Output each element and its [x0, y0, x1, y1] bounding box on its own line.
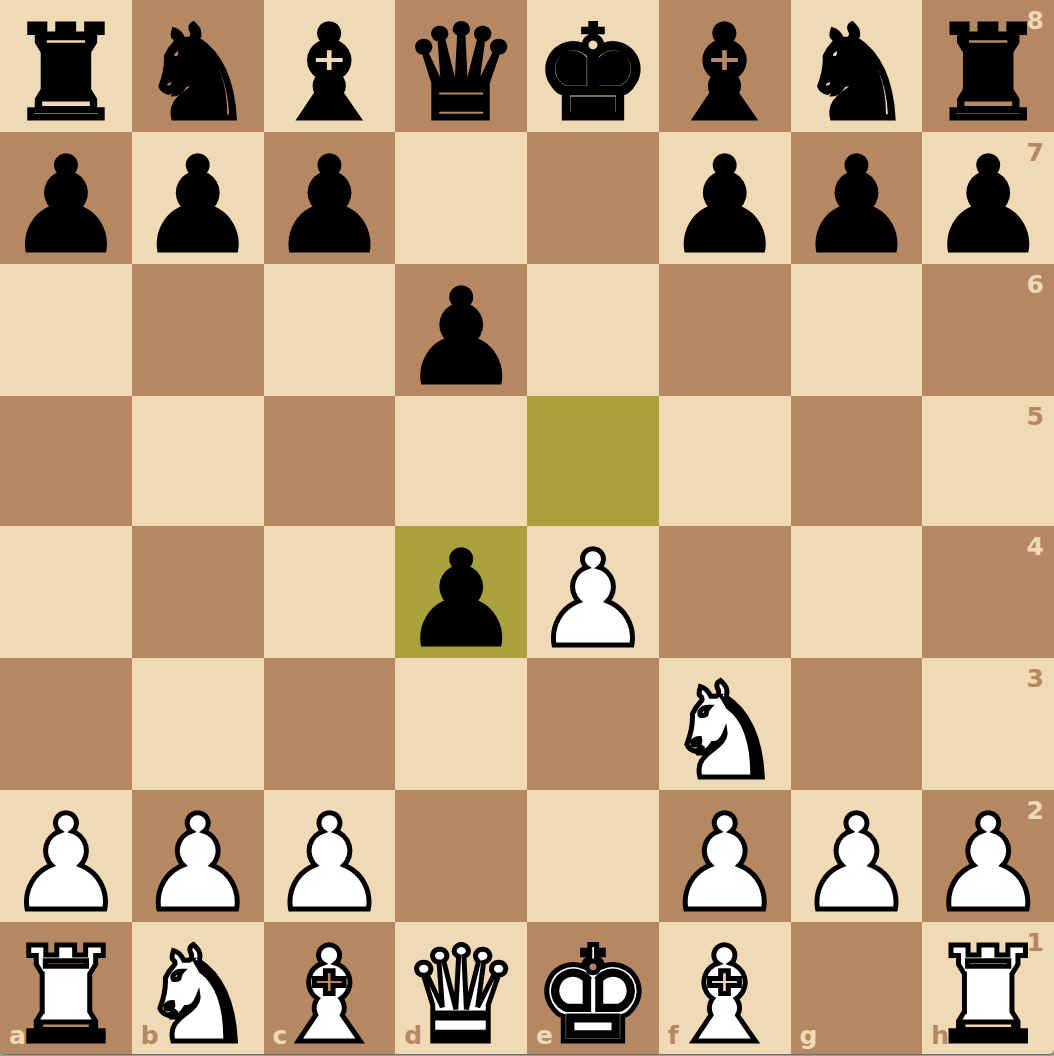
- black-king[interactable]: ♚: [534, 7, 652, 139]
- square-b2[interactable]: ♟: [132, 790, 264, 922]
- white-pawn[interactable]: ♟: [7, 797, 125, 929]
- square-c2[interactable]: ♟: [264, 790, 396, 922]
- black-knight[interactable]: ♞: [138, 7, 256, 139]
- white-rook[interactable]: ♜: [7, 929, 125, 1054]
- square-a6[interactable]: [0, 264, 132, 396]
- square-a3[interactable]: [0, 658, 132, 790]
- black-pawn[interactable]: ♟: [665, 139, 783, 271]
- white-bishop[interactable]: ♝: [270, 929, 388, 1054]
- square-d5[interactable]: [395, 396, 527, 526]
- square-g2[interactable]: ♟: [791, 790, 923, 922]
- black-pawn[interactable]: ♟: [402, 533, 520, 665]
- square-e4[interactable]: ♟: [527, 526, 659, 658]
- black-bishop[interactable]: ♝: [270, 7, 388, 139]
- square-c4[interactable]: [264, 526, 396, 658]
- chess-board: ♜♞♝♛♚♝♞♜8♟♟♟♟♟♟7♟65♟♟4♞3♟♟♟♟♟♟2♜a♞b♝c♛d♚…: [0, 0, 1054, 1054]
- rank-label-4: 4: [1027, 534, 1044, 559]
- square-g7[interactable]: ♟: [791, 132, 923, 264]
- white-pawn[interactable]: ♟: [534, 533, 652, 665]
- square-a8[interactable]: ♜: [0, 0, 132, 132]
- black-pawn[interactable]: ♟: [402, 271, 520, 403]
- square-c7[interactable]: ♟: [264, 132, 396, 264]
- black-rook[interactable]: ♜: [929, 7, 1047, 139]
- square-d2[interactable]: [395, 790, 527, 922]
- square-e5[interactable]: [527, 396, 659, 526]
- square-b5[interactable]: [132, 396, 264, 526]
- square-f1[interactable]: ♝f: [659, 922, 791, 1054]
- square-a4[interactable]: [0, 526, 132, 658]
- black-queen[interactable]: ♛: [402, 7, 520, 139]
- white-pawn[interactable]: ♟: [929, 797, 1047, 929]
- file-label-g: g: [800, 1023, 818, 1048]
- square-f5[interactable]: [659, 396, 791, 526]
- square-f8[interactable]: ♝: [659, 0, 791, 132]
- black-rook[interactable]: ♜: [7, 7, 125, 139]
- square-d7[interactable]: [395, 132, 527, 264]
- square-g8[interactable]: ♞: [791, 0, 923, 132]
- square-e6[interactable]: [527, 264, 659, 396]
- square-a1[interactable]: ♜a: [0, 922, 132, 1054]
- square-d6[interactable]: ♟: [395, 264, 527, 396]
- square-h1[interactable]: ♜1h: [922, 922, 1054, 1054]
- square-c8[interactable]: ♝: [264, 0, 396, 132]
- square-f2[interactable]: ♟: [659, 790, 791, 922]
- square-h2[interactable]: ♟2: [922, 790, 1054, 922]
- square-b7[interactable]: ♟: [132, 132, 264, 264]
- rank-label-5: 5: [1027, 404, 1044, 429]
- square-g1[interactable]: g: [791, 922, 923, 1054]
- square-f4[interactable]: [659, 526, 791, 658]
- square-d3[interactable]: [395, 658, 527, 790]
- square-h7[interactable]: ♟7: [922, 132, 1054, 264]
- square-e3[interactable]: [527, 658, 659, 790]
- square-f7[interactable]: ♟: [659, 132, 791, 264]
- white-knight[interactable]: ♞: [665, 665, 783, 797]
- black-pawn[interactable]: ♟: [7, 139, 125, 271]
- square-c1[interactable]: ♝c: [264, 922, 396, 1054]
- square-a7[interactable]: ♟: [0, 132, 132, 264]
- square-c3[interactable]: [264, 658, 396, 790]
- white-king[interactable]: ♚: [534, 929, 652, 1054]
- black-pawn[interactable]: ♟: [929, 139, 1047, 271]
- square-c6[interactable]: [264, 264, 396, 396]
- square-b1[interactable]: ♞b: [132, 922, 264, 1054]
- rank-label-6: 6: [1027, 272, 1044, 297]
- square-f3[interactable]: ♞: [659, 658, 791, 790]
- square-d4[interactable]: ♟: [395, 526, 527, 658]
- square-a2[interactable]: ♟: [0, 790, 132, 922]
- white-pawn[interactable]: ♟: [270, 797, 388, 929]
- black-knight[interactable]: ♞: [797, 7, 915, 139]
- square-b8[interactable]: ♞: [132, 0, 264, 132]
- square-h6[interactable]: 6: [922, 264, 1054, 396]
- square-e8[interactable]: ♚: [527, 0, 659, 132]
- square-d8[interactable]: ♛: [395, 0, 527, 132]
- square-e7[interactable]: [527, 132, 659, 264]
- white-pawn[interactable]: ♟: [138, 797, 256, 929]
- square-e1[interactable]: ♚e: [527, 922, 659, 1054]
- black-pawn[interactable]: ♟: [797, 139, 915, 271]
- white-knight[interactable]: ♞: [138, 929, 256, 1054]
- white-pawn[interactable]: ♟: [797, 797, 915, 929]
- square-b3[interactable]: [132, 658, 264, 790]
- square-a5[interactable]: [0, 396, 132, 526]
- square-h3[interactable]: 3: [922, 658, 1054, 790]
- square-e2[interactable]: [527, 790, 659, 922]
- square-g5[interactable]: [791, 396, 923, 526]
- black-pawn[interactable]: ♟: [138, 139, 256, 271]
- rank-label-3: 3: [1027, 666, 1044, 691]
- square-b4[interactable]: [132, 526, 264, 658]
- square-d1[interactable]: ♛d: [395, 922, 527, 1054]
- square-h8[interactable]: ♜8: [922, 0, 1054, 132]
- square-g3[interactable]: [791, 658, 923, 790]
- square-f6[interactable]: [659, 264, 791, 396]
- black-pawn[interactable]: ♟: [270, 139, 388, 271]
- white-queen[interactable]: ♛: [402, 929, 520, 1054]
- square-h4[interactable]: 4: [922, 526, 1054, 658]
- square-g4[interactable]: [791, 526, 923, 658]
- square-c5[interactable]: [264, 396, 396, 526]
- white-pawn[interactable]: ♟: [665, 797, 783, 929]
- square-g6[interactable]: [791, 264, 923, 396]
- white-rook[interactable]: ♜: [929, 929, 1047, 1054]
- square-b6[interactable]: [132, 264, 264, 396]
- white-bishop[interactable]: ♝: [665, 929, 783, 1054]
- square-h5[interactable]: 5: [922, 396, 1054, 526]
- black-bishop[interactable]: ♝: [665, 7, 783, 139]
